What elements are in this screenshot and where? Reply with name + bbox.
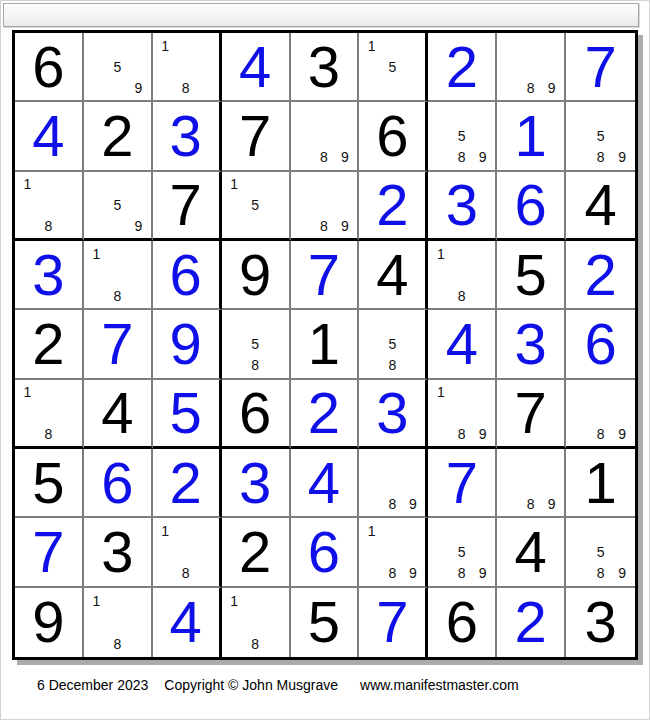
candidate-8: 8 — [451, 563, 472, 584]
cell-r3c9[interactable]: 4 — [566, 172, 635, 241]
candidate-5: 5 — [382, 56, 403, 77]
solved-digit: 7 — [376, 593, 408, 651]
given-digit: 5 — [32, 454, 64, 512]
sudoku-board: 6591843152897423789658915891859715892364… — [12, 30, 638, 660]
given-digit: 2 — [32, 315, 64, 373]
candidate-8: 8 — [451, 285, 472, 306]
given-digit: 4 — [376, 246, 408, 304]
cell-r6c5[interactable]: 2 — [291, 380, 360, 449]
given-digit: 7 — [239, 107, 271, 165]
candidate-marks: 589 — [568, 104, 633, 167]
cell-r9c3[interactable]: 4 — [153, 588, 222, 657]
given-digit: 9 — [239, 246, 271, 304]
candidate-1: 1 — [361, 35, 382, 56]
cell-r9c6[interactable]: 7 — [359, 588, 428, 657]
candidate-marks: 18 — [17, 382, 80, 444]
cell-r2c9[interactable]: 589 — [566, 102, 635, 171]
given-digit: 4 — [101, 384, 133, 442]
candidate-marks: 18 — [224, 590, 287, 655]
solved-digit: 6 — [170, 246, 202, 304]
candidate-8: 8 — [245, 633, 266, 655]
cell-r6c6[interactable]: 3 — [359, 380, 428, 449]
given-digit: 9 — [32, 593, 64, 651]
cell-r7c1[interactable]: 5 — [15, 449, 84, 518]
given-digit: 6 — [32, 38, 64, 96]
candidate-marks: 89 — [499, 451, 562, 514]
candidate-8: 8 — [38, 423, 59, 444]
sudoku-page: 6591843152897423789658915891859715892364… — [0, 0, 650, 720]
candidate-marks: 15 — [224, 174, 287, 236]
cell-r1c2[interactable]: 59 — [84, 33, 153, 102]
solved-digit: 6 — [584, 315, 616, 373]
solved-digit: 4 — [32, 107, 64, 165]
candidate-9: 9 — [611, 423, 633, 444]
cell-r8c7[interactable]: 589 — [428, 518, 497, 587]
window-titlebar — [3, 3, 639, 27]
solved-digit: 2 — [376, 176, 408, 234]
candidate-1: 1 — [86, 243, 107, 264]
given-digit: 6 — [376, 107, 408, 165]
given-digit: 6 — [446, 593, 478, 651]
candidate-8: 8 — [245, 355, 266, 376]
given-digit: 3 — [584, 593, 616, 651]
solved-digit: 3 — [376, 384, 408, 442]
candidate-1: 1 — [17, 174, 38, 195]
cell-r3c6[interactable]: 2 — [359, 172, 428, 241]
cell-r8c4[interactable]: 2 — [222, 518, 291, 587]
candidate-1: 1 — [430, 382, 451, 403]
candidate-9: 9 — [472, 423, 493, 444]
candidate-marks: 189 — [361, 520, 423, 583]
cell-r5c5[interactable]: 1 — [291, 310, 360, 379]
candidate-marks: 15 — [361, 35, 423, 98]
cell-r4c5[interactable]: 7 — [291, 241, 360, 310]
cell-r1c7[interactable]: 2 — [428, 33, 497, 102]
cell-r2c4[interactable]: 7 — [222, 102, 291, 171]
cell-r4c8[interactable]: 5 — [497, 241, 566, 310]
solved-digit: 3 — [239, 454, 271, 512]
cell-r5c3[interactable]: 9 — [153, 310, 222, 379]
footer-website: www.manifestmaster.com — [360, 677, 519, 693]
candidate-8: 8 — [520, 493, 541, 514]
candidate-8: 8 — [107, 285, 128, 306]
candidate-8: 8 — [590, 563, 612, 584]
cell-r3c1[interactable]: 18 — [15, 172, 84, 241]
cell-r1c3[interactable]: 18 — [153, 33, 222, 102]
solved-digit: 3 — [446, 176, 478, 234]
cell-r9c4[interactable]: 18 — [222, 588, 291, 657]
candidate-marks: 59 — [86, 174, 149, 236]
candidate-9: 9 — [334, 215, 355, 236]
given-digit: 5 — [515, 246, 547, 304]
candidate-marks: 89 — [361, 451, 423, 514]
candidate-8: 8 — [107, 633, 128, 655]
candidate-marks: 589 — [430, 104, 493, 167]
candidate-marks: 18 — [155, 520, 217, 583]
solved-digit: 4 — [170, 593, 202, 651]
cell-r5c2[interactable]: 7 — [84, 310, 153, 379]
solved-digit: 6 — [101, 454, 133, 512]
solved-digit: 9 — [170, 315, 202, 373]
cell-r7c4[interactable]: 3 — [222, 449, 291, 518]
candidate-1: 1 — [155, 35, 176, 56]
cell-r2c5[interactable]: 89 — [291, 102, 360, 171]
cell-r9c7[interactable]: 6 — [428, 588, 497, 657]
cell-r2c7[interactable]: 589 — [428, 102, 497, 171]
cell-r4c2[interactable]: 18 — [84, 241, 153, 310]
candidate-5: 5 — [590, 125, 612, 146]
cell-r8c6[interactable]: 189 — [359, 518, 428, 587]
solved-digit: 3 — [515, 315, 547, 373]
solved-digit: 5 — [170, 384, 202, 442]
candidate-8: 8 — [314, 215, 335, 236]
candidate-9: 9 — [611, 563, 633, 584]
candidate-marks: 589 — [430, 520, 493, 583]
candidate-5: 5 — [590, 541, 612, 562]
cell-r1c1[interactable]: 6 — [15, 33, 84, 102]
cell-r5c1[interactable]: 2 — [15, 310, 84, 379]
cell-r6c7[interactable]: 189 — [428, 380, 497, 449]
cell-r8c5[interactable]: 6 — [291, 518, 360, 587]
cell-r4c4[interactable]: 9 — [222, 241, 291, 310]
cell-r5c4[interactable]: 58 — [222, 310, 291, 379]
candidate-8: 8 — [382, 493, 403, 514]
cell-r6c8[interactable]: 7 — [497, 380, 566, 449]
candidate-5: 5 — [107, 194, 128, 215]
cell-r7c5[interactable]: 4 — [291, 449, 360, 518]
given-digit: 1 — [308, 315, 340, 373]
candidate-1: 1 — [430, 243, 451, 264]
given-digit: 7 — [170, 176, 202, 234]
solved-digit: 6 — [515, 176, 547, 234]
cell-r4c7[interactable]: 18 — [428, 241, 497, 310]
footer-copyright: Copyright © John Musgrave — [164, 677, 338, 693]
cell-r4c9[interactable]: 2 — [566, 241, 635, 310]
solved-digit: 3 — [170, 107, 202, 165]
cell-r2c2[interactable]: 2 — [84, 102, 153, 171]
candidate-1: 1 — [155, 520, 176, 541]
solved-digit: 4 — [446, 315, 478, 373]
candidate-8: 8 — [520, 77, 541, 98]
candidate-5: 5 — [451, 125, 472, 146]
cell-r6c4[interactable]: 6 — [222, 380, 291, 449]
cell-r7c7[interactable]: 7 — [428, 449, 497, 518]
candidate-8: 8 — [382, 563, 403, 584]
given-digit: 3 — [101, 523, 133, 581]
candidate-marks: 89 — [293, 174, 356, 236]
candidate-1: 1 — [361, 520, 382, 541]
solved-digit: 4 — [308, 454, 340, 512]
solved-digit: 7 — [308, 246, 340, 304]
candidate-9: 9 — [334, 147, 355, 168]
candidate-8: 8 — [175, 563, 196, 584]
candidate-5: 5 — [245, 194, 266, 215]
solved-digit: 7 — [101, 315, 133, 373]
candidate-marks: 18 — [17, 174, 80, 236]
candidate-5: 5 — [382, 333, 403, 354]
candidate-9: 9 — [541, 493, 562, 514]
candidate-8: 8 — [590, 423, 612, 444]
solved-digit: 7 — [584, 38, 616, 96]
candidate-marks: 58 — [361, 312, 423, 375]
given-digit: 2 — [101, 107, 133, 165]
candidate-marks: 59 — [86, 35, 149, 98]
candidate-9: 9 — [541, 77, 562, 98]
cell-r5c9[interactable]: 6 — [566, 310, 635, 379]
cell-r7c6[interactable]: 89 — [359, 449, 428, 518]
cell-r9c9[interactable]: 3 — [566, 588, 635, 657]
cell-r1c4[interactable]: 4 — [222, 33, 291, 102]
cell-r7c8[interactable]: 89 — [497, 449, 566, 518]
solved-digit: 6 — [308, 523, 340, 581]
cell-r4c6[interactable]: 4 — [359, 241, 428, 310]
cell-r8c8[interactable]: 4 — [497, 518, 566, 587]
cell-r1c6[interactable]: 15 — [359, 33, 428, 102]
cell-r8c1[interactable]: 7 — [15, 518, 84, 587]
candidate-marks: 89 — [293, 104, 356, 167]
cell-r2c6[interactable]: 6 — [359, 102, 428, 171]
solved-digit: 1 — [515, 107, 547, 165]
cell-r2c8[interactable]: 1 — [497, 102, 566, 171]
cell-r3c4[interactable]: 15 — [222, 172, 291, 241]
given-digit: 1 — [584, 454, 616, 512]
given-digit: 2 — [239, 523, 271, 581]
candidate-marks: 18 — [155, 35, 217, 98]
candidate-8: 8 — [38, 215, 59, 236]
cell-r3c7[interactable]: 3 — [428, 172, 497, 241]
cell-r6c9[interactable]: 89 — [566, 380, 635, 449]
cell-r6c1[interactable]: 18 — [15, 380, 84, 449]
candidate-8: 8 — [175, 77, 196, 98]
candidate-9: 9 — [472, 563, 493, 584]
cell-r4c1[interactable]: 3 — [15, 241, 84, 310]
cell-r5c8[interactable]: 3 — [497, 310, 566, 379]
cell-r5c7[interactable]: 4 — [428, 310, 497, 379]
candidate-marks: 18 — [430, 243, 493, 306]
given-digit: 3 — [308, 38, 340, 96]
candidate-5: 5 — [107, 56, 128, 77]
footer: 6 December 2023 Copyright © John Musgrav… — [37, 677, 519, 693]
cell-r8c9[interactable]: 589 — [566, 518, 635, 587]
cell-r4c3[interactable]: 6 — [153, 241, 222, 310]
cell-r8c2[interactable]: 3 — [84, 518, 153, 587]
candidate-5: 5 — [245, 333, 266, 354]
candidate-8: 8 — [590, 147, 612, 168]
candidate-5: 5 — [451, 541, 472, 562]
cell-r7c3[interactable]: 2 — [153, 449, 222, 518]
candidate-9: 9 — [611, 147, 633, 168]
cell-r6c2[interactable]: 4 — [84, 380, 153, 449]
candidate-marks: 89 — [568, 382, 633, 444]
candidate-1: 1 — [224, 590, 245, 612]
cell-r9c2[interactable]: 18 — [84, 588, 153, 657]
solved-digit: 7 — [446, 454, 478, 512]
candidate-1: 1 — [17, 382, 38, 403]
cell-r8c3[interactable]: 18 — [153, 518, 222, 587]
given-digit: 6 — [239, 384, 271, 442]
candidate-9: 9 — [128, 77, 149, 98]
footer-date: 6 December 2023 — [37, 677, 148, 693]
cell-r3c2[interactable]: 59 — [84, 172, 153, 241]
candidate-marks: 189 — [430, 382, 493, 444]
cell-r6c3[interactable]: 5 — [153, 380, 222, 449]
cell-r3c3[interactable]: 7 — [153, 172, 222, 241]
cell-r9c8[interactable]: 2 — [497, 588, 566, 657]
given-digit: 7 — [515, 384, 547, 442]
candidate-marks: 89 — [499, 35, 562, 98]
cell-r7c2[interactable]: 6 — [84, 449, 153, 518]
cell-r1c8[interactable]: 89 — [497, 33, 566, 102]
candidate-9: 9 — [472, 147, 493, 168]
given-digit: 4 — [515, 523, 547, 581]
solved-digit: 2 — [446, 38, 478, 96]
candidate-1: 1 — [224, 174, 245, 195]
candidate-8: 8 — [382, 355, 403, 376]
cell-r3c8[interactable]: 6 — [497, 172, 566, 241]
cell-r3c5[interactable]: 89 — [291, 172, 360, 241]
cell-r9c5[interactable]: 5 — [291, 588, 360, 657]
candidate-8: 8 — [451, 423, 472, 444]
given-digit: 4 — [584, 176, 616, 234]
solved-digit: 4 — [239, 38, 271, 96]
candidate-9: 9 — [403, 493, 424, 514]
solved-digit: 2 — [584, 246, 616, 304]
candidate-9: 9 — [403, 563, 424, 584]
solved-digit: 2 — [308, 384, 340, 442]
candidate-8: 8 — [451, 147, 472, 168]
solved-digit: 2 — [515, 593, 547, 651]
candidate-marks: 589 — [568, 520, 633, 583]
cell-r7c9[interactable]: 1 — [566, 449, 635, 518]
candidate-marks: 58 — [224, 312, 287, 375]
solved-digit: 3 — [32, 246, 64, 304]
cell-r1c5[interactable]: 3 — [291, 33, 360, 102]
candidate-9: 9 — [128, 215, 149, 236]
solved-digit: 7 — [32, 523, 64, 581]
cell-r9c1[interactable]: 9 — [15, 588, 84, 657]
solved-digit: 2 — [170, 454, 202, 512]
candidate-1: 1 — [86, 590, 107, 612]
cell-r5c6[interactable]: 58 — [359, 310, 428, 379]
cell-r2c3[interactable]: 3 — [153, 102, 222, 171]
cell-r1c9[interactable]: 7 — [566, 33, 635, 102]
candidate-marks: 18 — [86, 243, 149, 306]
cell-r2c1[interactable]: 4 — [15, 102, 84, 171]
candidate-8: 8 — [314, 147, 335, 168]
given-digit: 5 — [308, 593, 340, 651]
candidate-marks: 18 — [86, 590, 149, 655]
